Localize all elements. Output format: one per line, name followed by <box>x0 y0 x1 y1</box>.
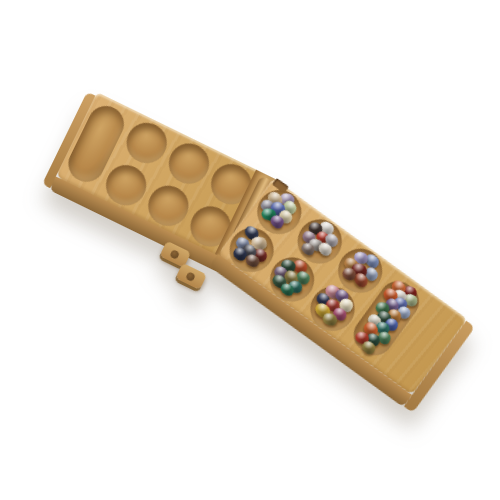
product-photo <box>0 0 500 500</box>
pit-l4[interactable] <box>99 158 152 211</box>
pit-l1[interactable] <box>120 116 173 169</box>
board-half-stones <box>218 178 467 395</box>
hinge-knuckle <box>175 263 207 290</box>
hinge-pin-hole <box>169 249 180 260</box>
pit-l2[interactable] <box>162 136 215 189</box>
pit-l5[interactable] <box>141 178 194 231</box>
hinge-pin-hole <box>185 271 196 282</box>
mancala-board <box>56 92 489 368</box>
board-fold-perspective <box>218 178 467 395</box>
